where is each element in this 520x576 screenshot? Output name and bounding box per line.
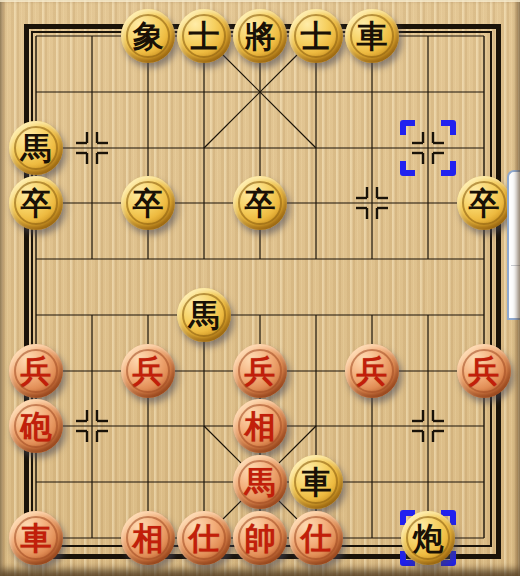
- piece-black-pawn[interactable]: 卒: [233, 176, 287, 230]
- piece-glyph: 卒: [469, 188, 500, 219]
- piece-glyph: 車: [21, 523, 52, 554]
- piece-glyph: 炮: [413, 523, 444, 554]
- piece-glyph: 兵: [357, 356, 388, 387]
- piece-red-horse[interactable]: 馬: [233, 455, 287, 509]
- piece-red-elephant[interactable]: 相: [233, 399, 287, 453]
- piece-glyph: 砲: [21, 411, 52, 442]
- piece-glyph: 相: [245, 411, 276, 442]
- piece-glyph: 兵: [21, 356, 52, 387]
- piece-black-cannon[interactable]: 炮: [401, 511, 455, 565]
- piece-red-chariot[interactable]: 車: [9, 511, 63, 565]
- piece-glyph: 相: [133, 523, 164, 554]
- piece-glyph: 士: [301, 21, 332, 52]
- piece-red-pawn[interactable]: 兵: [457, 344, 511, 398]
- xiangqi-board-window: 象士將士車馬卒卒卒卒馬兵兵兵兵兵砲相馬車車相仕帥仕炮: [0, 0, 520, 576]
- piece-glyph: 兵: [133, 356, 164, 387]
- piece-red-general[interactable]: 帥: [233, 511, 287, 565]
- piece-glyph: 仕: [189, 523, 220, 554]
- piece-black-advisor[interactable]: 士: [289, 9, 343, 63]
- piece-black-general[interactable]: 將: [233, 9, 287, 63]
- piece-red-pawn[interactable]: 兵: [121, 344, 175, 398]
- piece-black-horse[interactable]: 馬: [177, 288, 231, 342]
- piece-glyph: 卒: [133, 188, 164, 219]
- piece-red-pawn[interactable]: 兵: [9, 344, 63, 398]
- piece-red-pawn[interactable]: 兵: [233, 344, 287, 398]
- piece-glyph: 將: [245, 21, 276, 52]
- piece-black-advisor[interactable]: 士: [177, 9, 231, 63]
- piece-glyph: 車: [357, 21, 388, 52]
- piece-red-pawn[interactable]: 兵: [345, 344, 399, 398]
- overlapping-window-divider: [511, 265, 520, 266]
- piece-black-chariot[interactable]: 車: [345, 9, 399, 63]
- piece-red-advisor[interactable]: 仕: [177, 511, 231, 565]
- piece-glyph: 馬: [189, 300, 220, 331]
- piece-glyph: 象: [133, 21, 164, 52]
- piece-red-advisor[interactable]: 仕: [289, 511, 343, 565]
- piece-glyph: 兵: [245, 356, 276, 387]
- piece-black-pawn[interactable]: 卒: [9, 176, 63, 230]
- piece-glyph: 馬: [21, 133, 52, 164]
- piece-black-pawn[interactable]: 卒: [457, 176, 511, 230]
- piece-black-horse[interactable]: 馬: [9, 121, 63, 175]
- piece-glyph: 帥: [245, 523, 276, 554]
- piece-glyph: 仕: [301, 523, 332, 554]
- overlapping-window-edge[interactable]: [507, 170, 520, 320]
- piece-glyph: 士: [189, 21, 220, 52]
- piece-glyph: 卒: [245, 188, 276, 219]
- piece-red-elephant[interactable]: 相: [121, 511, 175, 565]
- piece-black-elephant[interactable]: 象: [121, 9, 175, 63]
- piece-glyph: 車: [301, 467, 332, 498]
- piece-glyph: 卒: [21, 188, 52, 219]
- piece-glyph: 馬: [245, 467, 276, 498]
- piece-red-cannon[interactable]: 砲: [9, 399, 63, 453]
- piece-black-chariot[interactable]: 車: [289, 455, 343, 509]
- piece-black-pawn[interactable]: 卒: [121, 176, 175, 230]
- piece-glyph: 兵: [469, 356, 500, 387]
